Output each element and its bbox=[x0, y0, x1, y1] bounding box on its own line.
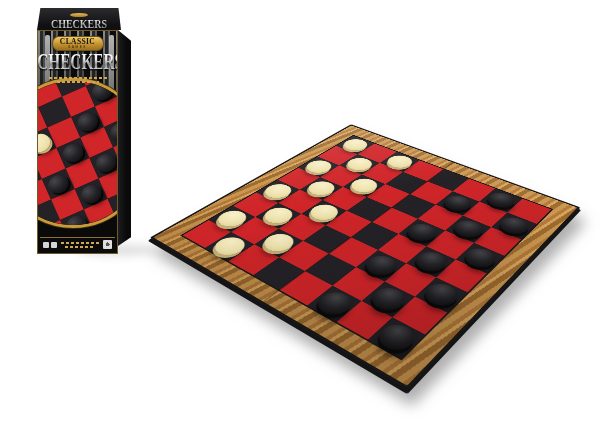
box-front: CLASSIC GAMES CHECKERS bbox=[37, 30, 118, 254]
players-icon bbox=[51, 242, 57, 248]
product-photo-scene: CHECKERS CLASSIC GAMES CHECKERS bbox=[0, 0, 600, 424]
micro-text-line bbox=[49, 77, 107, 79]
box-bottom-strip bbox=[40, 237, 115, 251]
age-icon bbox=[43, 242, 49, 248]
box-art-mini-board bbox=[37, 78, 118, 228]
publisher-logo bbox=[103, 240, 112, 249]
checkers-board bbox=[150, 124, 581, 389]
micro-text-line bbox=[57, 81, 99, 83]
wood-border bbox=[153, 125, 577, 385]
strip-micro-text bbox=[59, 242, 101, 248]
playing-area bbox=[180, 135, 553, 361]
box-front-text: CLASSIC GAMES CHECKERS bbox=[38, 36, 117, 83]
micro-text-line bbox=[61, 242, 100, 244]
micro-text-line bbox=[65, 246, 94, 248]
box-title: CHECKERS bbox=[37, 48, 118, 76]
box-art-board-circle bbox=[37, 78, 118, 228]
